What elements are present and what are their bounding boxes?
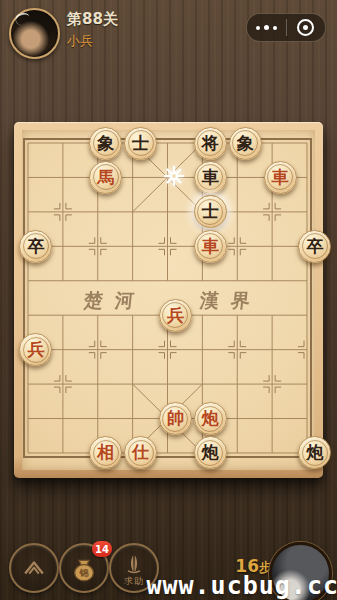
xiangqi-board[interactable]: 楚河 漢界 象士将象馬車車士卒車卒兵兵帥炮相仕炮炮 xyxy=(14,122,323,478)
board-point: 車 xyxy=(193,229,228,263)
piece-red-chariot[interactable]: 車 xyxy=(194,230,227,263)
board-point: 炮 xyxy=(193,401,228,435)
board-point: 車 xyxy=(193,160,228,194)
piece-glyph: 車 xyxy=(202,169,219,186)
piece-red-soldier[interactable]: 兵 xyxy=(159,299,192,332)
more-dots-icon xyxy=(256,26,260,30)
piece-glyph: 車 xyxy=(272,169,289,186)
board-point: 士 xyxy=(193,195,228,229)
piece-red-elephant[interactable]: 相 xyxy=(89,436,122,469)
board-point: 炮 xyxy=(193,436,228,470)
board-point: 相 xyxy=(88,436,123,470)
board-point: 炮 xyxy=(298,436,333,470)
piece-glyph: 兵 xyxy=(167,307,184,324)
more-options-button[interactable] xyxy=(247,14,286,41)
piece-black-advisor[interactable]: 士 xyxy=(124,127,157,160)
piece-black-advisor[interactable]: 士 xyxy=(194,195,227,228)
piece-glyph: 炮 xyxy=(202,410,219,427)
more-dots-icon xyxy=(264,25,269,30)
piece-glyph: 炮 xyxy=(306,444,323,461)
piece-glyph: 車 xyxy=(202,238,219,255)
level-info: 第88关 小兵 xyxy=(67,12,118,47)
board-point: 仕 xyxy=(123,436,158,470)
svg-text:锦: 锦 xyxy=(78,567,89,578)
praying-hands-icon xyxy=(121,552,147,576)
target-circle-icon xyxy=(297,19,314,36)
piece-grid: 象士将象馬車車士卒車卒兵兵帥炮相仕炮炮 xyxy=(19,126,333,470)
piece-glyph: 士 xyxy=(202,203,219,220)
hint-count-badge: 14 xyxy=(92,541,112,557)
app-window: 第88关 小兵 楚河 漢界 象士将象馬車車士卒車卒兵兵帥炮相仕炮炮 xyxy=(0,0,337,600)
board-point: 兵 xyxy=(19,332,54,366)
sparkle-icon xyxy=(162,164,188,190)
piece-black-soldier[interactable]: 卒 xyxy=(19,230,52,263)
board-field: 楚河 漢界 象士将象馬車車士卒車卒兵兵帥炮相仕炮炮 xyxy=(22,130,315,470)
piece-glyph: 帥 xyxy=(167,410,184,427)
more-dots-icon xyxy=(273,26,277,30)
board-point: 象 xyxy=(88,126,123,160)
piece-red-cannon[interactable]: 炮 xyxy=(194,402,227,435)
piece-glyph: 相 xyxy=(97,444,114,461)
top-bar: 第88关 小兵 xyxy=(0,0,337,60)
piece-red-chariot[interactable]: 車 xyxy=(264,161,297,194)
board-point: 卒 xyxy=(19,229,54,263)
piece-black-cannon[interactable]: 炮 xyxy=(194,436,227,469)
piece-glyph: 馬 xyxy=(97,169,114,186)
piece-red-advisor[interactable]: 仕 xyxy=(124,436,157,469)
watermark-text: www.ucbug.cc xyxy=(146,571,337,600)
board-point: 象 xyxy=(228,126,263,160)
piece-black-cannon[interactable]: 炮 xyxy=(298,436,331,469)
piece-red-horse[interactable]: 馬 xyxy=(89,161,122,194)
piece-black-elephant[interactable]: 象 xyxy=(89,127,122,160)
piece-glyph: 象 xyxy=(237,135,254,152)
chevron-mountain-icon xyxy=(18,552,50,584)
piece-black-chariot[interactable]: 車 xyxy=(194,161,227,194)
piece-glyph: 兵 xyxy=(27,341,44,358)
board-point: 馬 xyxy=(88,160,123,194)
piece-red-soldier[interactable]: 兵 xyxy=(19,333,52,366)
piece-glyph: 仕 xyxy=(132,444,149,461)
piece-glyph: 象 xyxy=(97,135,114,152)
board-point: 士 xyxy=(123,126,158,160)
piece-black-soldier[interactable]: 卒 xyxy=(298,230,331,263)
piece-black-elephant[interactable]: 象 xyxy=(229,127,262,160)
menu-button[interactable] xyxy=(9,543,59,593)
level-title: 第88关 xyxy=(67,12,118,27)
board-point: 将 xyxy=(193,126,228,160)
hint-bag-button[interactable]: 锦 14 xyxy=(59,543,109,593)
board-point: 帥 xyxy=(158,401,193,435)
player-avatar[interactable] xyxy=(9,8,60,59)
wechat-capsule xyxy=(246,13,326,42)
piece-glyph: 卒 xyxy=(306,238,323,255)
piece-glyph: 士 xyxy=(132,135,149,152)
piece-glyph: 炮 xyxy=(202,444,219,461)
last-move-marker xyxy=(158,160,193,194)
piece-glyph: 将 xyxy=(202,135,219,152)
piece-glyph: 卒 xyxy=(27,238,44,255)
exit-button[interactable] xyxy=(287,14,326,41)
board-point: 卒 xyxy=(298,229,333,263)
piece-black-general[interactable]: 将 xyxy=(194,127,227,160)
board-point: 兵 xyxy=(158,298,193,332)
piece-red-general[interactable]: 帥 xyxy=(159,402,192,435)
player-rank-label: 小兵 xyxy=(67,34,118,47)
board-point: 車 xyxy=(263,160,298,194)
